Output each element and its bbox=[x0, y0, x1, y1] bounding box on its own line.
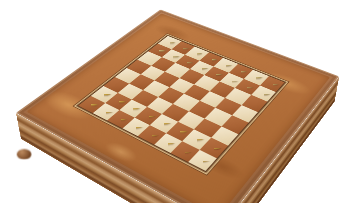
n-glyph: ♞ bbox=[175, 127, 195, 150]
chess-set-photo: ♜♞♝♛♚♝♞♜♟♟♟♟♟♟♟♟♟♟♟♟♟♟♟♟♜♞♝♛♚♝♞♜ bbox=[0, 0, 350, 203]
chess-case-assembly: ♜♞♝♛♚♝♞♜♟♟♟♟♟♟♟♟♟♟♟♟♟♟♟♟♜♞♝♛♚♝♞♜ bbox=[16, 9, 339, 203]
r-glyph: ♜ bbox=[193, 138, 211, 159]
perspective-scene: ♜♞♝♛♚♝♞♜♟♟♟♟♟♟♟♟♟♟♟♟♟♟♟♟♜♞♝♛♚♝♞♜ bbox=[0, 0, 350, 203]
